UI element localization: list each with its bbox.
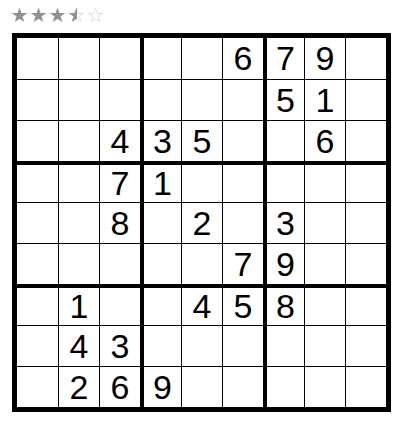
star-icon-4-half: ☆★ <box>67 4 86 26</box>
cell-r9c8[interactable] <box>304 366 345 407</box>
cell-r8c3[interactable]: 3 <box>99 325 140 366</box>
cell-r4c1[interactable] <box>17 161 58 202</box>
cell-r3c8[interactable]: 6 <box>304 120 345 161</box>
cell-r9c9[interactable] <box>345 366 386 407</box>
cell-r1c8[interactable]: 9 <box>304 38 345 79</box>
cell-r6c1[interactable] <box>17 243 58 284</box>
cell-r2c9[interactable] <box>345 79 386 120</box>
cell-r4c5[interactable] <box>181 161 222 202</box>
cell-r3c9[interactable] <box>345 120 386 161</box>
cell-r3c7[interactable] <box>263 120 304 161</box>
cell-r5c2[interactable] <box>58 202 99 243</box>
cell-r8c5[interactable] <box>181 325 222 366</box>
cell-r1c5[interactable] <box>181 38 222 79</box>
cell-r6c5[interactable] <box>181 243 222 284</box>
cell-r2c7[interactable]: 5 <box>263 79 304 120</box>
cell-r1c1[interactable] <box>17 38 58 79</box>
cell-r7c6[interactable]: 5 <box>222 284 263 325</box>
cell-r7c3[interactable] <box>99 284 140 325</box>
cell-r3c3[interactable]: 4 <box>99 120 140 161</box>
sudoku-board: 6795143567182379145843269 <box>12 33 391 412</box>
cell-r7c7[interactable]: 8 <box>263 284 304 325</box>
cell-r7c4[interactable] <box>140 284 181 325</box>
sudoku-page: ★★★☆★☆ 6795143567182379145843269 <box>0 0 398 412</box>
cell-r4c4[interactable]: 1 <box>140 161 181 202</box>
cell-r2c2[interactable] <box>58 79 99 120</box>
cell-r8c8[interactable] <box>304 325 345 366</box>
cell-r1c3[interactable] <box>99 38 140 79</box>
cell-r7c1[interactable] <box>17 284 58 325</box>
cell-r6c4[interactable] <box>140 243 181 284</box>
cell-r2c6[interactable] <box>222 79 263 120</box>
cell-r3c6[interactable] <box>222 120 263 161</box>
difficulty-rating: ★★★☆★☆ <box>10 4 398 26</box>
cell-r1c9[interactable] <box>345 38 386 79</box>
cell-r4c3[interactable]: 7 <box>99 161 140 202</box>
cell-r2c8[interactable]: 1 <box>304 79 345 120</box>
cell-r9c4[interactable]: 9 <box>140 366 181 407</box>
star-icon-5-empty: ☆ <box>86 4 105 26</box>
cell-r7c8[interactable] <box>304 284 345 325</box>
cell-r2c4[interactable] <box>140 79 181 120</box>
cell-r1c4[interactable] <box>140 38 181 79</box>
cell-r6c2[interactable] <box>58 243 99 284</box>
cell-r1c6[interactable]: 6 <box>222 38 263 79</box>
cell-r3c1[interactable] <box>17 120 58 161</box>
star-icon-2-full: ★ <box>29 4 48 26</box>
cell-r5c8[interactable] <box>304 202 345 243</box>
cell-r9c5[interactable] <box>181 366 222 407</box>
cell-r9c6[interactable] <box>222 366 263 407</box>
cell-r2c3[interactable] <box>99 79 140 120</box>
cell-r3c4[interactable]: 3 <box>140 120 181 161</box>
cell-r6c7[interactable]: 9 <box>263 243 304 284</box>
cell-r8c1[interactable] <box>17 325 58 366</box>
cell-r5c9[interactable] <box>345 202 386 243</box>
cell-r6c8[interactable] <box>304 243 345 284</box>
cell-r9c7[interactable] <box>263 366 304 407</box>
cell-r8c4[interactable] <box>140 325 181 366</box>
cell-r4c6[interactable] <box>222 161 263 202</box>
cell-r7c9[interactable] <box>345 284 386 325</box>
half-star-fill: ★ <box>67 4 77 26</box>
cell-r6c3[interactable] <box>99 243 140 284</box>
cell-r5c3[interactable]: 8 <box>99 202 140 243</box>
cell-r5c1[interactable] <box>17 202 58 243</box>
cell-r5c4[interactable] <box>140 202 181 243</box>
cell-r6c6[interactable]: 7 <box>222 243 263 284</box>
cell-r4c8[interactable] <box>304 161 345 202</box>
cell-r8c2[interactable]: 4 <box>58 325 99 366</box>
cell-r4c2[interactable] <box>58 161 99 202</box>
cell-r2c1[interactable] <box>17 79 58 120</box>
cell-r9c1[interactable] <box>17 366 58 407</box>
cell-r3c5[interactable]: 5 <box>181 120 222 161</box>
star-icon-1-full: ★ <box>10 4 29 26</box>
cell-r2c5[interactable] <box>181 79 222 120</box>
cell-r1c7[interactable]: 7 <box>263 38 304 79</box>
cell-r7c5[interactable]: 4 <box>181 284 222 325</box>
cell-r9c3[interactable]: 6 <box>99 366 140 407</box>
cell-r8c9[interactable] <box>345 325 386 366</box>
star-icon-3-full: ★ <box>48 4 67 26</box>
cell-r5c7[interactable]: 3 <box>263 202 304 243</box>
cell-r5c5[interactable]: 2 <box>181 202 222 243</box>
cell-r1c2[interactable] <box>58 38 99 79</box>
cell-r4c9[interactable] <box>345 161 386 202</box>
cell-r9c2[interactable]: 2 <box>58 366 99 407</box>
cell-r8c6[interactable] <box>222 325 263 366</box>
cell-r7c2[interactable]: 1 <box>58 284 99 325</box>
cell-r8c7[interactable] <box>263 325 304 366</box>
cell-r4c7[interactable] <box>263 161 304 202</box>
cell-r6c9[interactable] <box>345 243 386 284</box>
cell-r3c2[interactable] <box>58 120 99 161</box>
cell-r5c6[interactable] <box>222 202 263 243</box>
